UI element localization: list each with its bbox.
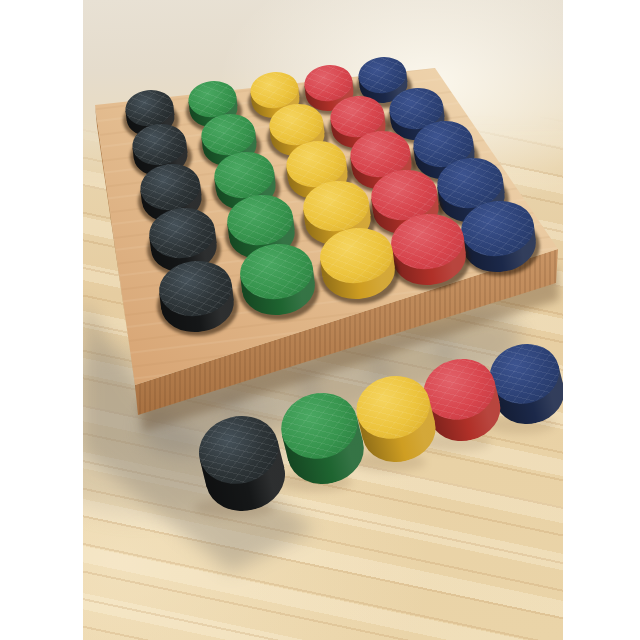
photo-area <box>83 0 563 640</box>
tray-contact-shadow <box>276 472 352 492</box>
tray-contact-shadow <box>352 452 426 472</box>
photo-canvas <box>0 0 640 640</box>
tray-contact-shadow <box>194 498 274 518</box>
tray-contact-shadow <box>419 432 491 452</box>
tray-contact-shadow <box>485 414 555 434</box>
table-and-board-scene <box>83 0 563 640</box>
